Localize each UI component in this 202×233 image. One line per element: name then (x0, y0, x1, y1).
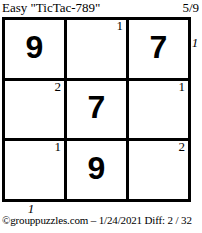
cell-r2c2[interactable]: 2 (129, 141, 188, 199)
cell-r0c0[interactable]: 9 (5, 20, 64, 78)
cell-r0c1[interactable]: 1 (67, 20, 126, 78)
corner-clue: 1 (117, 19, 124, 33)
footer-credit: ©grouppuzzles.com – 1/24/2021 Diff: 2 / … (2, 214, 192, 226)
puzzle-page: Easy "TicTac-789" 5/9 9 1 7 2 7 1 1 (0, 0, 202, 233)
puzzle-counter: 5/9 (182, 0, 199, 16)
corner-clue: 1 (179, 80, 186, 94)
cell-r1c2[interactable]: 1 (129, 81, 188, 139)
corner-clue: 2 (179, 140, 186, 154)
cell-r1c0[interactable]: 2 (5, 81, 64, 139)
cell-r2c1[interactable]: 9 (67, 141, 126, 199)
cell-value: 9 (88, 152, 106, 184)
cell-value: 7 (88, 91, 106, 123)
cell-value: 9 (26, 31, 44, 63)
puzzle-title: Easy "TicTac-789" (2, 0, 100, 16)
row-clue-right: 1 (190, 35, 200, 51)
cell-r1c1[interactable]: 7 (67, 81, 126, 139)
cell-r2c0[interactable]: 1 (5, 141, 64, 199)
corner-clue: 2 (55, 80, 62, 94)
cell-value: 7 (150, 31, 168, 63)
cell-r0c2[interactable]: 7 (129, 20, 188, 78)
tictac-board: 9 1 7 2 7 1 1 9 2 (2, 17, 191, 202)
corner-clue: 1 (55, 140, 62, 154)
